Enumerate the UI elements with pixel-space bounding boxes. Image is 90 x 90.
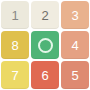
tile-number: 1	[11, 9, 18, 22]
tile-number: 4	[71, 39, 78, 52]
tile-2[interactable]: 2	[31, 1, 59, 29]
tile-3[interactable]: 3	[61, 1, 89, 29]
center-circle-tile[interactable]	[31, 31, 59, 59]
tile-1[interactable]: 1	[1, 1, 29, 29]
tile-6[interactable]: 6	[31, 61, 59, 89]
tile-5[interactable]: 5	[61, 61, 89, 89]
tile-4[interactable]: 4	[61, 31, 89, 59]
tile-number: 3	[71, 9, 78, 22]
tile-number: 7	[11, 69, 18, 82]
tile-number: 5	[71, 69, 78, 82]
tile-number: 6	[41, 69, 48, 82]
tile-7[interactable]: 7	[1, 61, 29, 89]
tile-number: 2	[41, 9, 48, 22]
circle-ring-icon	[38, 38, 53, 53]
tile-number: 8	[11, 39, 18, 52]
puzzle-board: 12384765	[0, 0, 90, 90]
tile-8[interactable]: 8	[1, 31, 29, 59]
